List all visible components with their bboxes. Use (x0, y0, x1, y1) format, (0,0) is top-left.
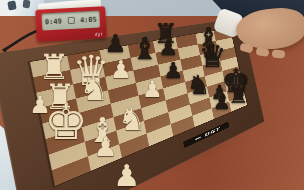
finger (272, 50, 286, 59)
clock-indicator-icon (67, 17, 74, 24)
tournament-photo-scene: DGT ♜♚♟♟♛♟♝♞♟♟♜♟♝♞♟♟♟♝♞♛♚♜♜♟♟ 0:49 4:05 … (0, 0, 304, 190)
player-arm (200, 0, 304, 62)
clock-display: 0:49 4:05 (41, 10, 100, 30)
clock-left-time: 0:49 (45, 17, 62, 26)
clock-right-time: 4:05 (80, 15, 97, 24)
plaque-mark-icon (195, 137, 201, 141)
clock-body: 0:49 4:05 dgt (35, 6, 107, 42)
clock-brand-label: dgt (94, 31, 102, 36)
finger (256, 47, 270, 57)
chess-clock: 0:49 4:05 dgt (35, 0, 107, 49)
